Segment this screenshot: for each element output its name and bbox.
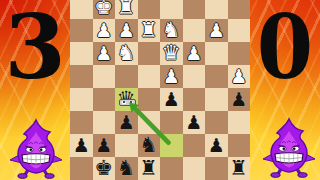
square-e6[interactable] [138, 111, 161, 134]
black-pawn[interactable]: ♟ [185, 113, 202, 132]
flame-monster-graphic [262, 117, 316, 179]
square-g7[interactable]: ♟ [93, 134, 116, 157]
square-c7[interactable] [183, 134, 206, 157]
black-knight[interactable]: ♞ [117, 158, 136, 179]
square-a1[interactable] [228, 0, 251, 19]
black-rook[interactable]: ♜ [229, 158, 248, 179]
square-e3[interactable] [138, 42, 161, 65]
square-a5[interactable]: ♟ [228, 88, 251, 111]
square-d1[interactable] [160, 0, 183, 19]
square-d8[interactable] [160, 157, 183, 180]
square-a6[interactable] [228, 111, 251, 134]
white-pawn[interactable]: ♟ [118, 21, 135, 40]
square-c5[interactable] [183, 88, 206, 111]
square-h4[interactable] [70, 65, 93, 88]
square-d2[interactable]: ♞ [160, 19, 183, 42]
white-king[interactable]: ♚ [94, 0, 113, 18]
square-d7[interactable] [160, 134, 183, 157]
square-e5[interactable] [138, 88, 161, 111]
white-pawn[interactable]: ♟ [95, 44, 112, 63]
square-e2[interactable]: ♜ [138, 19, 161, 42]
square-g2[interactable]: ♟ [93, 19, 116, 42]
flame-monster-graphic [9, 118, 63, 180]
square-h1[interactable] [70, 0, 93, 19]
white-pawn[interactable]: ♟ [208, 21, 225, 40]
white-rook[interactable]: ♜ [117, 0, 136, 18]
square-f8[interactable]: ♞ [115, 157, 138, 180]
white-knight[interactable]: ♞ [162, 20, 181, 41]
square-a8[interactable]: ♜ [228, 157, 251, 180]
square-f6[interactable]: ♟ [115, 111, 138, 134]
square-c6[interactable]: ♟ [183, 111, 206, 134]
square-e4[interactable] [138, 65, 161, 88]
score-right: 0 [253, 3, 317, 91]
square-f1[interactable]: ♜ [115, 0, 138, 19]
square-c4[interactable] [183, 65, 206, 88]
queen-googly-eyes [119, 99, 136, 106]
square-d3[interactable]: ♛ [160, 42, 183, 65]
square-g6[interactable] [93, 111, 116, 134]
square-h8[interactable] [70, 157, 93, 180]
square-b5[interactable] [205, 88, 228, 111]
square-d6[interactable] [160, 111, 183, 134]
white-knight[interactable]: ♞ [117, 43, 136, 64]
square-f4[interactable] [115, 65, 138, 88]
white-pawn[interactable]: ♟ [230, 67, 247, 86]
square-c2[interactable] [183, 19, 206, 42]
white-pawn[interactable]: ♟ [163, 67, 180, 86]
square-b4[interactable] [205, 65, 228, 88]
score-left: 3 [0, 3, 70, 91]
square-h3[interactable] [70, 42, 93, 65]
black-knight[interactable]: ♞ [139, 135, 158, 156]
square-a7[interactable] [228, 134, 251, 157]
square-c8[interactable] [183, 157, 206, 180]
square-b8[interactable] [205, 157, 228, 180]
square-g3[interactable]: ♟ [93, 42, 116, 65]
square-g4[interactable] [93, 65, 116, 88]
black-pawn[interactable]: ♟ [95, 136, 112, 155]
chess-board[interactable]: ♚♜♟♟♜♞♟♟♞♛♟♟♟♛♟♟♟♟♟♟♞♟♚♞♜♜ [70, 0, 250, 180]
square-f7[interactable] [115, 134, 138, 157]
black-pawn[interactable]: ♟ [118, 113, 135, 132]
square-f3[interactable]: ♞ [115, 42, 138, 65]
flame-character-right [262, 117, 316, 179]
square-c1[interactable] [183, 0, 206, 19]
white-pawn[interactable]: ♟ [95, 21, 112, 40]
square-f2[interactable]: ♟ [115, 19, 138, 42]
white-pawn[interactable]: ♟ [185, 44, 202, 63]
square-a4[interactable]: ♟ [228, 65, 251, 88]
square-h5[interactable] [70, 88, 93, 111]
square-g1[interactable]: ♚ [93, 0, 116, 19]
square-h2[interactable] [70, 19, 93, 42]
square-g5[interactable] [93, 88, 116, 111]
square-h6[interactable] [70, 111, 93, 134]
black-pawn[interactable]: ♟ [163, 90, 180, 109]
square-d4[interactable]: ♟ [160, 65, 183, 88]
white-rook[interactable]: ♜ [139, 20, 158, 41]
square-b3[interactable] [205, 42, 228, 65]
flame-character-left [9, 118, 63, 180]
square-b6[interactable] [205, 111, 228, 134]
square-g8[interactable]: ♚ [93, 157, 116, 180]
black-pawn[interactable]: ♟ [230, 90, 247, 109]
black-king[interactable]: ♚ [94, 158, 113, 179]
square-b1[interactable] [205, 0, 228, 19]
square-e8[interactable]: ♜ [138, 157, 161, 180]
square-h7[interactable]: ♟ [70, 134, 93, 157]
square-c3[interactable]: ♟ [183, 42, 206, 65]
white-queen[interactable]: ♛ [162, 43, 181, 64]
square-e1[interactable] [138, 0, 161, 19]
square-d5[interactable]: ♟ [160, 88, 183, 111]
black-pawn[interactable]: ♟ [208, 136, 225, 155]
square-f5[interactable]: ♛ [115, 88, 138, 111]
thumbnail-stage: 3 0 ♚♜♟♟♜♞♟♟♞♛♟♟♟♛♟♟♟♟♟♟♞♟♚♞♜♜ [0, 0, 320, 180]
square-a2[interactable] [228, 19, 251, 42]
black-pawn[interactable]: ♟ [73, 136, 90, 155]
black-rook[interactable]: ♜ [139, 158, 158, 179]
square-e7[interactable]: ♞ [138, 134, 161, 157]
square-b2[interactable]: ♟ [205, 19, 228, 42]
square-a3[interactable] [228, 42, 251, 65]
square-b7[interactable]: ♟ [205, 134, 228, 157]
